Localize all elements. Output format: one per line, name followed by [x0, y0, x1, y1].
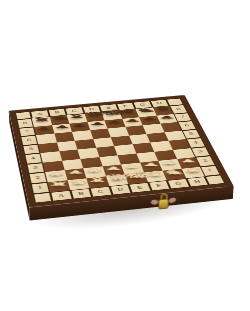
- chess-board: ABCDEFGH8877665544332211ABCDEFGH ♜♞♝♛♚♝♞…: [9, 95, 234, 207]
- rook-glyph: ♜: [28, 118, 55, 123]
- border-corner-tile: [33, 192, 52, 203]
- pawn-glyph: ♟: [30, 127, 58, 131]
- file-label-b: B: [70, 188, 92, 199]
- brass-padlock-icon: [157, 193, 170, 213]
- hinge-leaf-icon: [168, 197, 177, 204]
- file-label-a: A: [50, 190, 72, 201]
- border-corner-tile: [205, 175, 226, 185]
- chess-set-photo: ABCDEFGH8877665544332211ABCDEFGH ♜♞♝♛♚♝♞…: [0, 0, 250, 311]
- padlock-body: [158, 198, 169, 209]
